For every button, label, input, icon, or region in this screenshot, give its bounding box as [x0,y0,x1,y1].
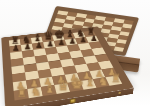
board-brass-clasp-icon [69,98,75,103]
piece-black-pawn[interactable]: ♟ [24,42,31,50]
chess-board-grid: ♜♞♝♛♚♝♞♜♟♟♟♟♟♟♟♟♟♟♟♟♟♟♟♟♜♞♝♛♚♝♞♜ [9,31,122,101]
piece-black-pawn[interactable]: ♟ [69,37,76,45]
piece-white-rook[interactable]: ♜ [111,73,121,84]
square-g5[interactable] [80,49,94,57]
square-e4[interactable] [60,58,74,67]
brass-screw-icon [119,92,121,94]
square-a4[interactable] [11,65,25,74]
piece-white-bishop[interactable]: ♝ [44,82,55,95]
piece-black-pawn[interactable]: ♟ [47,40,54,48]
product-photo: ♜♞♝♛♚♝♞♜♟♟♟♟♟♟♟♟♟♟♟♟♟♟♟♟♜♞♝♛♚♝♞♜ [0,0,150,106]
square-a7[interactable]: ♟ [9,45,21,53]
square-e7[interactable]: ♟ [54,40,67,47]
piece-black-pawn[interactable]: ♟ [90,34,97,42]
square-b1[interactable]: ♞ [27,87,42,98]
piece-black-pawn[interactable]: ♟ [58,38,65,46]
piece-black-pawn[interactable]: ♟ [12,44,19,52]
piece-white-knight[interactable]: ♞ [30,85,41,97]
square-a1[interactable]: ♜ [14,89,29,100]
piece-white-knight[interactable]: ♞ [98,75,109,87]
chess-board: ♜♞♝♛♚♝♞♜♟♟♟♟♟♟♟♟♟♟♟♟♟♟♟♟♜♞♝♛♚♝♞♜ [1,26,134,106]
piece-white-bishop[interactable]: ♝ [85,76,96,88]
board-scene: ♜♞♝♛♚♝♞♜♟♟♟♟♟♟♟♟♟♟♟♟♟♟♟♟♜♞♝♛♚♝♞♜ [0,0,150,106]
piece-white-king[interactable]: ♚ [70,76,83,91]
piece-black-pawn[interactable]: ♟ [80,36,87,44]
piece-black-pawn[interactable]: ♟ [35,41,42,49]
square-b5[interactable] [23,56,36,65]
square-a5[interactable] [11,58,24,67]
square-h7[interactable]: ♟ [86,36,99,43]
square-c1[interactable]: ♝ [41,85,57,96]
piece-white-rook[interactable]: ♜ [16,88,27,100]
square-d1[interactable]: ♛ [54,83,70,94]
square-e5[interactable] [58,52,72,60]
square-h5[interactable] [91,47,105,55]
square-g7[interactable]: ♟ [75,37,88,44]
piece-white-queen[interactable]: ♛ [57,79,69,93]
